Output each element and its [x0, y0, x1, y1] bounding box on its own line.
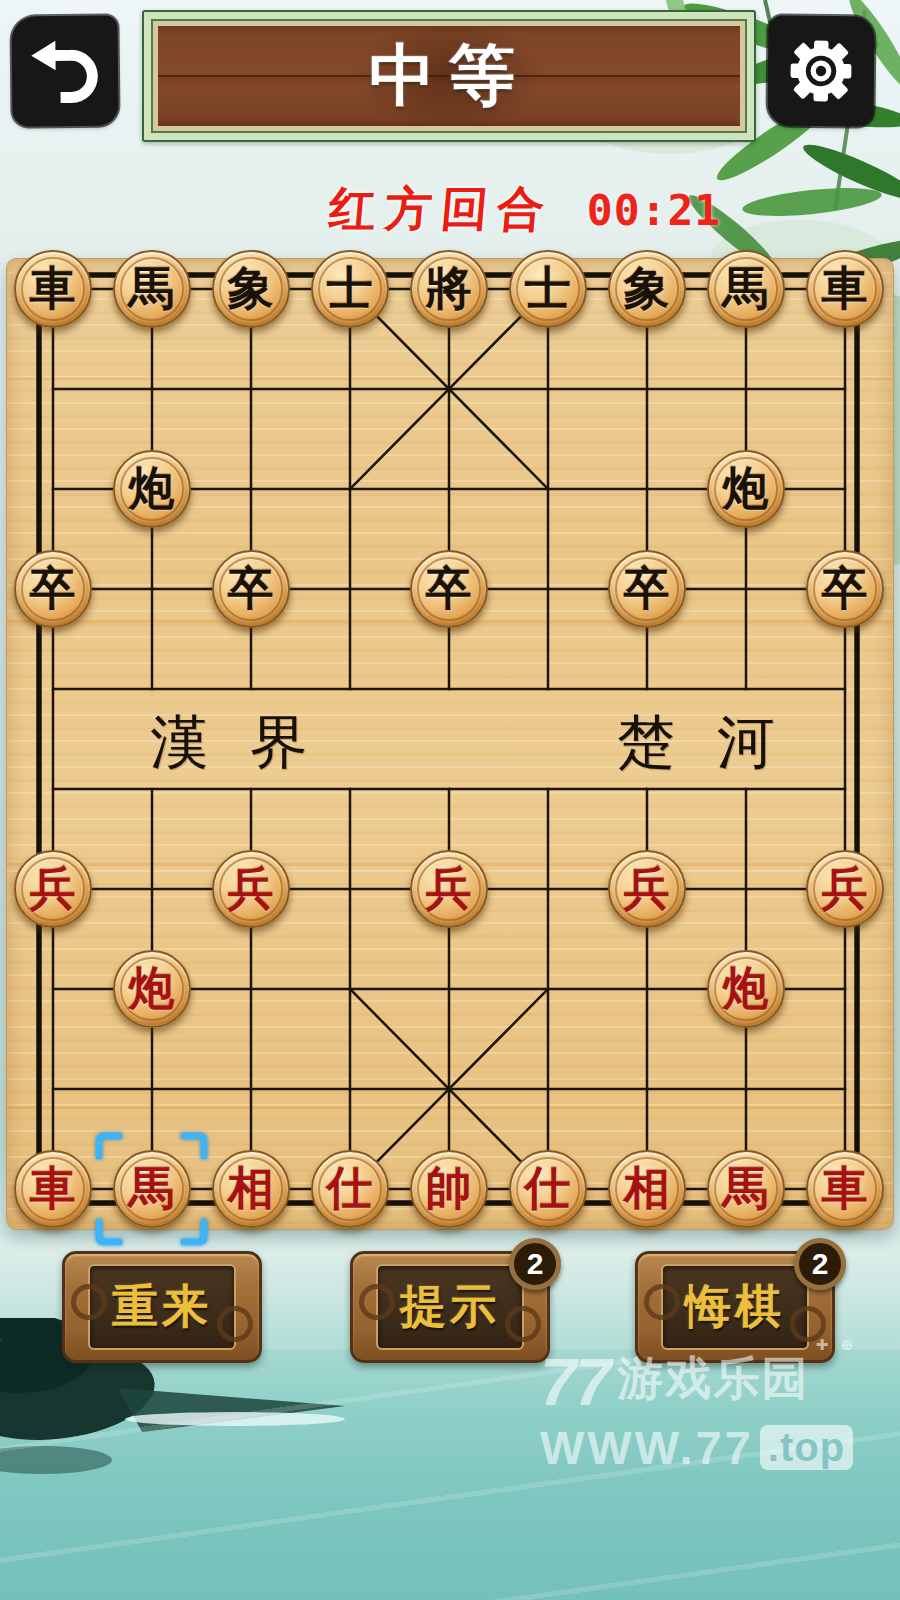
board-square: 相 [597, 1139, 696, 1239]
piece-black-炮[interactable]: 炮 [113, 450, 191, 528]
piece-glyph: 馬 [129, 266, 175, 312]
piece-glyph: 卒 [228, 566, 274, 612]
piece-glyph: 兵 [228, 866, 274, 912]
board-square: 卒 [795, 539, 894, 639]
piece-glyph: 仕 [525, 1166, 571, 1212]
game-timer: 00:21 [587, 185, 721, 235]
undo-button[interactable]: 悔棋2 [635, 1251, 835, 1363]
board-square: 馬 [696, 239, 795, 339]
back-button[interactable] [11, 15, 118, 126]
piece-glyph: 士 [327, 266, 373, 312]
piece-glyph: 相 [228, 1166, 274, 1212]
back-arrow-icon [26, 32, 105, 111]
selection-bracket [181, 1219, 207, 1245]
board-square: 卒 [597, 539, 696, 639]
piece-glyph: 炮 [129, 466, 175, 512]
piece-glyph: 兵 [624, 866, 670, 912]
piece-black-車[interactable]: 車 [806, 250, 884, 328]
board-square: 炮 [102, 439, 201, 539]
piece-glyph: 士 [525, 266, 571, 312]
piece-black-卒[interactable]: 卒 [806, 550, 884, 628]
board-square: 炮 [102, 939, 201, 1039]
restart-button[interactable]: 重来 [62, 1251, 262, 1363]
piece-red-車[interactable]: 車 [806, 1150, 884, 1228]
piece-black-卒[interactable]: 卒 [212, 550, 290, 628]
board-square: 兵 [201, 839, 300, 939]
piece-glyph: 炮 [129, 966, 175, 1012]
board-square: 士 [300, 239, 399, 339]
button-panel: 重来 [88, 1264, 236, 1350]
piece-red-馬[interactable]: 馬 [113, 1150, 191, 1228]
piece-glyph: 馬 [723, 266, 769, 312]
board-square: 車 [795, 239, 894, 339]
piece-glyph: 將 [426, 266, 472, 312]
undo-label: 悔棋 [685, 1276, 785, 1338]
board-square: 卒 [201, 539, 300, 639]
piece-glyph: 卒 [30, 566, 76, 612]
piece-black-卒[interactable]: 卒 [410, 550, 488, 628]
board-square: 帥 [399, 1139, 498, 1239]
selection-bracket [96, 1219, 122, 1245]
game-screen: 中等 红方回合 00:21 [0, 0, 900, 1600]
hint-label: 提示 [400, 1276, 500, 1338]
piece-glyph: 象 [624, 266, 670, 312]
difficulty-banner: 中等 [142, 10, 756, 142]
piece-glyph: 仕 [327, 1166, 373, 1212]
piece-red-炮[interactable]: 炮 [113, 950, 191, 1028]
piece-glyph: 兵 [822, 866, 868, 912]
piece-red-兵[interactable]: 兵 [806, 850, 884, 928]
piece-red-兵[interactable]: 兵 [608, 850, 686, 928]
piece-black-將[interactable]: 將 [410, 250, 488, 328]
board-square: 車 [3, 239, 102, 339]
piece-glyph: 炮 [723, 966, 769, 1012]
piece-black-馬[interactable]: 馬 [707, 250, 785, 328]
piece-glyph: 兵 [30, 866, 76, 912]
board-square: 兵 [795, 839, 894, 939]
piece-black-士[interactable]: 士 [311, 250, 389, 328]
gear-icon [781, 31, 862, 112]
board-square: 兵 [597, 839, 696, 939]
piece-red-車[interactable]: 車 [14, 1150, 92, 1228]
piece-red-仕[interactable]: 仕 [509, 1150, 587, 1228]
piece-glyph: 卒 [426, 566, 472, 612]
board-square: 象 [201, 239, 300, 339]
piece-glyph: 車 [30, 1166, 76, 1212]
board-square: 馬 [696, 1139, 795, 1239]
water-glints [0, 1340, 900, 1600]
selection-bracket [181, 1133, 207, 1159]
difficulty-title: 中等 [369, 31, 529, 121]
board-square: 仕 [300, 1139, 399, 1239]
hint-button[interactable]: 提示2 [350, 1251, 550, 1363]
piece-black-炮[interactable]: 炮 [707, 450, 785, 528]
piece-red-相[interactable]: 相 [608, 1150, 686, 1228]
piece-black-象[interactable]: 象 [212, 250, 290, 328]
board-square: 卒 [3, 539, 102, 639]
piece-black-象[interactable]: 象 [608, 250, 686, 328]
piece-black-士[interactable]: 士 [509, 250, 587, 328]
board-square: 兵 [399, 839, 498, 939]
piece-glyph: 帥 [426, 1166, 472, 1212]
undo-count-badge: 2 [794, 1238, 846, 1290]
piece-glyph: 車 [30, 266, 76, 312]
board-square: 士 [498, 239, 597, 339]
button-panel: 悔棋 [661, 1264, 809, 1350]
piece-red-兵[interactable]: 兵 [410, 850, 488, 928]
piece-glyph: 馬 [723, 1166, 769, 1212]
piece-glyph: 卒 [822, 566, 868, 612]
piece-glyph: 馬 [129, 1166, 175, 1212]
piece-red-帥[interactable]: 帥 [410, 1150, 488, 1228]
board-square: 象 [597, 239, 696, 339]
hint-count-badge: 2 [509, 1238, 561, 1290]
piece-red-兵[interactable]: 兵 [212, 850, 290, 928]
piece-glyph: 象 [228, 266, 274, 312]
piece-glyph: 卒 [624, 566, 670, 612]
piece-black-卒[interactable]: 卒 [14, 550, 92, 628]
status-bar: 红方回合 00:21 [0, 178, 900, 241]
board-square: 兵 [3, 839, 102, 939]
board-square: 車 [795, 1139, 894, 1239]
button-panel: 提示 [376, 1264, 524, 1350]
piece-glyph: 車 [822, 266, 868, 312]
piece-red-炮[interactable]: 炮 [707, 950, 785, 1028]
piece-glyph: 車 [822, 1166, 868, 1212]
piece-black-車[interactable]: 車 [14, 250, 92, 328]
xiangqi-board[interactable]: 漢界 楚河 車馬象士將士象馬車炮炮卒卒卒卒卒兵兵兵兵兵炮炮車馬相仕帥仕相馬車 [6, 258, 894, 1230]
board-square: 炮 [696, 939, 795, 1039]
piece-glyph: 兵 [426, 866, 472, 912]
board-square: 仕 [498, 1139, 597, 1239]
selection-bracket [96, 1133, 122, 1159]
board-square: 卒 [399, 539, 498, 639]
board-square: 馬 [102, 239, 201, 339]
board-square: 將 [399, 239, 498, 339]
restart-label: 重来 [112, 1276, 212, 1338]
settings-button[interactable] [767, 15, 874, 126]
piece-glyph: 炮 [723, 466, 769, 512]
board-square: 馬 [102, 1139, 201, 1239]
piece-red-仕[interactable]: 仕 [311, 1150, 389, 1228]
piece-black-馬[interactable]: 馬 [113, 250, 191, 328]
piece-black-卒[interactable]: 卒 [608, 550, 686, 628]
piece-red-兵[interactable]: 兵 [14, 850, 92, 928]
piece-grid: 車馬象士將士象馬車炮炮卒卒卒卒卒兵兵兵兵兵炮炮車馬相仕帥仕相馬車 [3, 239, 894, 1239]
piece-glyph: 相 [624, 1166, 670, 1212]
piece-red-相[interactable]: 相 [212, 1150, 290, 1228]
piece-red-馬[interactable]: 馬 [707, 1150, 785, 1228]
board-square: 炮 [696, 439, 795, 539]
board-square: 車 [3, 1139, 102, 1239]
turn-indicator: 红方回合 [326, 178, 556, 241]
board-square: 相 [201, 1139, 300, 1239]
